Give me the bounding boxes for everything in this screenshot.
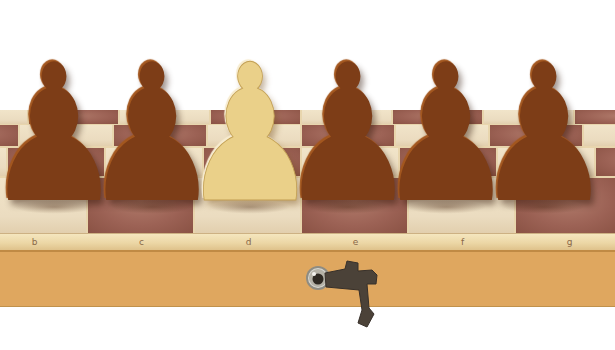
latch-hook-icon: [295, 258, 391, 338]
chessboard-photo: b c d e f g ♟♟♟♟♟♟: [0, 0, 615, 350]
pawn-g2[interactable]: ♟: [474, 40, 614, 230]
latch-hook-arm: [325, 261, 377, 327]
